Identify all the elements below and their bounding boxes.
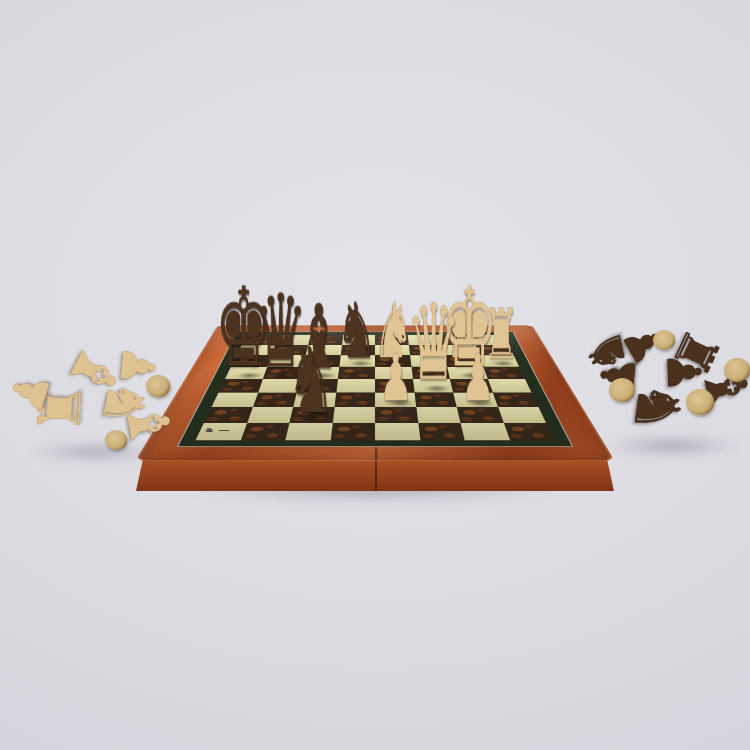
playing-surface: ♞♞♞♜♚♛♝♚♛♟♟♞♞	[177, 332, 574, 447]
square-f1	[418, 423, 465, 440]
piece-dark-knight: ♞	[337, 295, 378, 368]
square-f2	[416, 407, 461, 423]
piece-dark-knight: ♞	[286, 337, 334, 424]
chessboard-frame: ♞♞♞♜♚♛♝♚♛♟♟♞♞	[135, 325, 615, 461]
square-a4	[219, 379, 263, 392]
piece-light-queen: ♛	[406, 293, 462, 393]
square-h3	[492, 392, 538, 407]
square-h1	[503, 423, 554, 440]
board-grid: ♞♞♞♜♚♛♝♚♛♟♟♞♞	[196, 335, 555, 440]
square-e3: ♟	[375, 392, 416, 407]
square-c2: ♞	[289, 407, 334, 423]
square-c1	[285, 423, 332, 440]
square-f4: ♛	[413, 379, 454, 392]
maker-logo-icon: ♞	[202, 427, 231, 433]
square-f3	[414, 392, 457, 407]
square-d3	[334, 392, 375, 407]
piece-light-pawn: ♟	[378, 347, 412, 408]
square-a2	[204, 407, 252, 423]
square-d4	[336, 379, 375, 392]
square-h2	[498, 407, 546, 423]
frame-fold-seam	[375, 447, 378, 460]
square-b1	[240, 423, 289, 440]
square-e1	[375, 423, 420, 440]
square-g3: ♟	[453, 392, 497, 407]
square-g2	[457, 407, 504, 423]
photo-backdrop: ♞♞♞♜♚♛♝♚♛♟♟♞♞ ♜♝♟♞♟♝ ♞♟♜♝♟♞♟	[0, 0, 750, 750]
square-d6: ♞	[339, 355, 375, 366]
square-e2	[375, 407, 418, 423]
board-perspective: ♞♞♞♜♚♛♝♚♛♟♟♞♞	[0, 0, 750, 750]
square-d1	[330, 423, 375, 440]
square-g1	[461, 423, 510, 440]
square-a3	[212, 392, 258, 407]
square-d2	[332, 407, 375, 423]
square-d5	[338, 367, 376, 379]
piece-light-pawn: ♟	[460, 347, 494, 408]
square-a1: ♞	[196, 423, 247, 440]
